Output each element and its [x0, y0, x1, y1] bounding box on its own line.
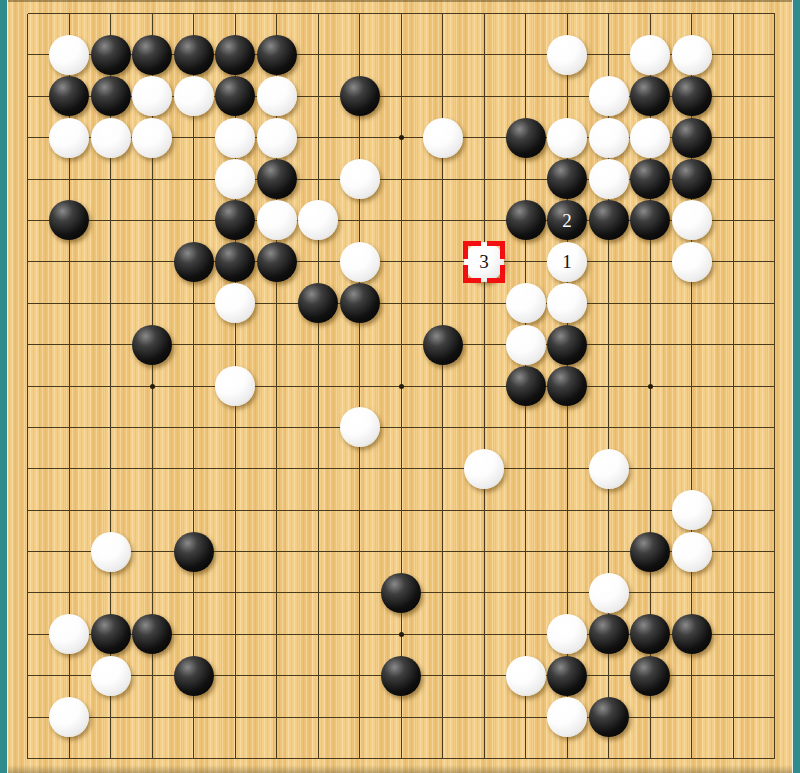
intersection[interactable] — [754, 76, 792, 117]
intersection[interactable] — [588, 448, 630, 489]
intersection[interactable] — [214, 241, 256, 282]
intersection[interactable] — [214, 158, 256, 199]
intersection[interactable] — [505, 324, 547, 365]
intersection[interactable] — [90, 407, 132, 448]
intersection[interactable] — [380, 490, 422, 531]
intersection[interactable] — [48, 572, 90, 613]
intersection[interactable] — [214, 76, 256, 117]
intersection[interactable] — [588, 324, 630, 365]
intersection[interactable] — [48, 241, 90, 282]
intersection[interactable] — [588, 283, 630, 324]
intersection[interactable] — [173, 200, 215, 241]
intersection[interactable] — [754, 117, 792, 158]
intersection[interactable] — [339, 283, 381, 324]
intersection[interactable] — [422, 365, 464, 406]
intersection[interactable] — [131, 200, 173, 241]
intersection[interactable] — [588, 407, 630, 448]
intersection[interactable] — [90, 448, 132, 489]
intersection[interactable] — [380, 531, 422, 572]
intersection[interactable] — [505, 158, 547, 199]
intersection[interactable] — [671, 614, 713, 655]
intersection[interactable] — [214, 490, 256, 531]
intersection[interactable] — [546, 158, 588, 199]
intersection[interactable] — [297, 117, 339, 158]
intersection[interactable] — [173, 158, 215, 199]
intersection[interactable] — [671, 34, 713, 75]
intersection[interactable] — [48, 655, 90, 696]
intersection[interactable] — [380, 283, 422, 324]
intersection[interactable] — [546, 0, 588, 34]
intersection[interactable] — [256, 531, 298, 572]
intersection[interactable] — [8, 158, 48, 199]
intersection[interactable] — [422, 531, 464, 572]
intersection[interactable] — [214, 117, 256, 158]
intersection[interactable] — [629, 241, 671, 282]
intersection[interactable] — [90, 490, 132, 531]
intersection[interactable] — [297, 200, 339, 241]
intersection[interactable] — [463, 407, 505, 448]
intersection[interactable] — [131, 158, 173, 199]
intersection[interactable] — [297, 365, 339, 406]
intersection[interactable] — [754, 448, 792, 489]
intersection[interactable] — [8, 117, 48, 158]
intersection[interactable] — [48, 531, 90, 572]
intersection[interactable] — [339, 614, 381, 655]
intersection[interactable] — [90, 76, 132, 117]
intersection[interactable] — [214, 448, 256, 489]
intersection[interactable] — [173, 531, 215, 572]
intersection[interactable] — [712, 365, 754, 406]
intersection[interactable] — [712, 572, 754, 613]
intersection[interactable] — [256, 655, 298, 696]
intersection[interactable] — [214, 34, 256, 75]
intersection[interactable] — [629, 655, 671, 696]
intersection[interactable] — [712, 407, 754, 448]
intersection[interactable] — [546, 614, 588, 655]
intersection[interactable] — [173, 241, 215, 282]
intersection[interactable] — [712, 117, 754, 158]
intersection[interactable] — [131, 614, 173, 655]
intersection[interactable] — [256, 76, 298, 117]
intersection[interactable] — [463, 531, 505, 572]
intersection[interactable] — [297, 324, 339, 365]
intersection[interactable] — [48, 324, 90, 365]
intersection[interactable] — [629, 448, 671, 489]
intersection[interactable] — [297, 614, 339, 655]
intersection[interactable] — [380, 76, 422, 117]
intersection[interactable] — [422, 448, 464, 489]
intersection[interactable] — [297, 655, 339, 696]
intersection[interactable] — [754, 158, 792, 199]
intersection[interactable] — [214, 200, 256, 241]
intersection[interactable] — [671, 158, 713, 199]
intersection[interactable] — [588, 0, 630, 34]
intersection[interactable] — [754, 241, 792, 282]
intersection[interactable] — [214, 696, 256, 737]
intersection[interactable] — [173, 0, 215, 34]
intersection[interactable] — [463, 448, 505, 489]
intersection[interactable] — [463, 283, 505, 324]
intersection[interactable] — [8, 76, 48, 117]
intersection[interactable] — [422, 76, 464, 117]
intersection[interactable] — [588, 365, 630, 406]
intersection[interactable] — [256, 572, 298, 613]
intersection[interactable] — [256, 117, 298, 158]
intersection[interactable] — [90, 655, 132, 696]
intersection[interactable] — [422, 490, 464, 531]
intersection[interactable] — [8, 324, 48, 365]
intersection[interactable] — [754, 0, 792, 34]
intersection[interactable] — [712, 76, 754, 117]
intersection[interactable] — [588, 614, 630, 655]
intersection[interactable] — [380, 696, 422, 737]
intersection[interactable] — [712, 490, 754, 531]
intersection[interactable] — [339, 696, 381, 737]
intersection[interactable] — [380, 448, 422, 489]
intersection[interactable] — [256, 365, 298, 406]
intersection[interactable] — [546, 572, 588, 613]
intersection[interactable] — [256, 0, 298, 34]
intersection[interactable] — [505, 365, 547, 406]
intersection[interactable] — [256, 324, 298, 365]
intersection[interactable] — [712, 448, 754, 489]
intersection[interactable] — [48, 158, 90, 199]
intersection[interactable] — [380, 0, 422, 34]
intersection[interactable] — [671, 407, 713, 448]
intersection[interactable] — [754, 531, 792, 572]
intersection[interactable] — [214, 0, 256, 34]
intersection[interactable] — [712, 158, 754, 199]
intersection[interactable] — [463, 0, 505, 34]
intersection[interactable] — [256, 490, 298, 531]
intersection[interactable] — [297, 241, 339, 282]
intersection[interactable] — [546, 531, 588, 572]
intersection[interactable]: 2 — [546, 200, 588, 241]
intersection[interactable] — [505, 531, 547, 572]
intersection[interactable] — [173, 324, 215, 365]
intersection[interactable] — [505, 490, 547, 531]
intersection[interactable] — [463, 614, 505, 655]
intersection[interactable] — [90, 696, 132, 737]
intersection[interactable] — [339, 158, 381, 199]
intersection[interactable] — [380, 407, 422, 448]
intersection[interactable] — [505, 283, 547, 324]
intersection[interactable] — [90, 531, 132, 572]
intersection[interactable] — [8, 614, 48, 655]
intersection[interactable] — [8, 200, 48, 241]
intersection[interactable]: 3 — [463, 241, 505, 282]
intersection[interactable] — [256, 158, 298, 199]
intersection[interactable] — [173, 407, 215, 448]
intersection[interactable] — [131, 324, 173, 365]
intersection[interactable] — [505, 200, 547, 241]
intersection[interactable] — [131, 490, 173, 531]
intersection[interactable] — [671, 365, 713, 406]
intersection[interactable] — [131, 655, 173, 696]
intersection[interactable] — [8, 448, 48, 489]
intersection[interactable] — [422, 0, 464, 34]
intersection[interactable] — [339, 407, 381, 448]
intersection[interactable] — [380, 34, 422, 75]
intersection[interactable] — [505, 34, 547, 75]
intersection[interactable] — [754, 407, 792, 448]
intersection[interactable] — [48, 200, 90, 241]
intersection[interactable] — [256, 34, 298, 75]
intersection[interactable] — [339, 655, 381, 696]
intersection[interactable] — [754, 365, 792, 406]
intersection[interactable] — [546, 655, 588, 696]
intersection[interactable] — [546, 490, 588, 531]
intersection[interactable] — [463, 696, 505, 737]
intersection[interactable] — [131, 117, 173, 158]
intersection[interactable] — [8, 0, 48, 34]
intersection[interactable] — [463, 76, 505, 117]
intersection[interactable] — [422, 572, 464, 613]
intersection[interactable] — [629, 490, 671, 531]
intersection[interactable] — [173, 655, 215, 696]
intersection[interactable] — [505, 614, 547, 655]
intersection[interactable] — [629, 0, 671, 34]
intersection[interactable] — [505, 572, 547, 613]
intersection[interactable] — [712, 531, 754, 572]
intersection[interactable] — [173, 490, 215, 531]
intersection[interactable] — [339, 324, 381, 365]
intersection[interactable] — [8, 490, 48, 531]
intersection[interactable] — [339, 241, 381, 282]
intersection[interactable] — [90, 324, 132, 365]
intersection[interactable] — [297, 0, 339, 34]
intersection[interactable] — [173, 76, 215, 117]
intersection[interactable] — [131, 283, 173, 324]
intersection[interactable] — [463, 655, 505, 696]
intersection[interactable] — [671, 0, 713, 34]
intersection[interactable] — [671, 655, 713, 696]
intersection[interactable] — [8, 407, 48, 448]
intersection[interactable] — [173, 448, 215, 489]
intersection[interactable] — [463, 572, 505, 613]
intersection[interactable] — [90, 614, 132, 655]
intersection[interactable] — [546, 365, 588, 406]
intersection[interactable] — [422, 655, 464, 696]
intersection[interactable] — [339, 76, 381, 117]
intersection[interactable] — [754, 283, 792, 324]
intersection[interactable] — [48, 283, 90, 324]
intersection[interactable] — [339, 490, 381, 531]
intersection[interactable] — [90, 283, 132, 324]
intersection[interactable] — [131, 407, 173, 448]
intersection[interactable] — [671, 241, 713, 282]
intersection[interactable] — [505, 76, 547, 117]
intersection[interactable] — [8, 531, 48, 572]
intersection[interactable] — [297, 448, 339, 489]
intersection[interactable] — [8, 655, 48, 696]
intersection[interactable] — [546, 76, 588, 117]
intersection[interactable] — [629, 407, 671, 448]
intersection[interactable] — [588, 572, 630, 613]
intersection[interactable] — [297, 531, 339, 572]
intersection[interactable] — [754, 655, 792, 696]
intersection[interactable] — [8, 572, 48, 613]
intersection[interactable] — [505, 117, 547, 158]
intersection[interactable] — [588, 531, 630, 572]
intersection[interactable] — [339, 117, 381, 158]
intersection[interactable] — [546, 407, 588, 448]
intersection[interactable] — [380, 655, 422, 696]
intersection[interactable] — [90, 158, 132, 199]
intersection[interactable] — [339, 531, 381, 572]
intersection[interactable] — [588, 490, 630, 531]
intersection[interactable] — [256, 241, 298, 282]
intersection[interactable] — [505, 655, 547, 696]
intersection[interactable] — [671, 572, 713, 613]
intersection[interactable] — [48, 365, 90, 406]
intersection[interactable] — [629, 283, 671, 324]
intersection[interactable] — [712, 283, 754, 324]
intersection[interactable] — [131, 696, 173, 737]
intersection[interactable] — [463, 365, 505, 406]
intersection[interactable] — [90, 241, 132, 282]
intersection[interactable] — [380, 158, 422, 199]
intersection[interactable] — [463, 34, 505, 75]
intersection[interactable] — [629, 696, 671, 737]
intersection[interactable] — [8, 696, 48, 737]
intersection[interactable] — [754, 200, 792, 241]
intersection[interactable] — [588, 200, 630, 241]
intersection[interactable] — [297, 158, 339, 199]
intersection[interactable] — [339, 200, 381, 241]
intersection[interactable] — [712, 614, 754, 655]
intersection[interactable] — [297, 696, 339, 737]
intersection[interactable] — [546, 283, 588, 324]
intersection[interactable] — [505, 448, 547, 489]
intersection[interactable] — [297, 572, 339, 613]
intersection[interactable] — [339, 34, 381, 75]
intersection[interactable] — [90, 365, 132, 406]
intersection[interactable] — [505, 407, 547, 448]
intersection[interactable] — [588, 655, 630, 696]
intersection[interactable] — [671, 283, 713, 324]
intersection[interactable] — [629, 158, 671, 199]
intersection[interactable] — [214, 324, 256, 365]
intersection[interactable] — [131, 0, 173, 34]
intersection[interactable] — [671, 531, 713, 572]
intersection[interactable] — [297, 283, 339, 324]
intersection[interactable] — [214, 614, 256, 655]
intersection[interactable] — [671, 76, 713, 117]
intersection[interactable] — [422, 241, 464, 282]
intersection[interactable] — [463, 158, 505, 199]
intersection[interactable] — [256, 200, 298, 241]
intersection[interactable] — [380, 324, 422, 365]
intersection[interactable] — [131, 365, 173, 406]
intersection[interactable] — [712, 696, 754, 737]
intersection[interactable] — [546, 34, 588, 75]
intersection[interactable] — [463, 117, 505, 158]
intersection[interactable]: 1 — [546, 241, 588, 282]
intersection[interactable] — [48, 696, 90, 737]
intersection[interactable] — [629, 365, 671, 406]
intersection[interactable] — [90, 0, 132, 34]
intersection[interactable] — [131, 572, 173, 613]
intersection[interactable] — [422, 158, 464, 199]
intersection[interactable] — [131, 448, 173, 489]
intersection[interactable] — [380, 200, 422, 241]
intersection[interactable] — [8, 241, 48, 282]
intersection[interactable] — [422, 614, 464, 655]
intersection[interactable] — [712, 324, 754, 365]
intersection[interactable] — [712, 655, 754, 696]
intersection[interactable] — [214, 365, 256, 406]
intersection[interactable] — [505, 0, 547, 34]
intersection[interactable] — [256, 696, 298, 737]
intersection[interactable] — [712, 0, 754, 34]
intersection[interactable] — [754, 572, 792, 613]
intersection[interactable] — [380, 365, 422, 406]
intersection[interactable] — [422, 696, 464, 737]
intersection[interactable] — [48, 34, 90, 75]
intersection[interactable] — [546, 117, 588, 158]
intersection[interactable] — [380, 241, 422, 282]
intersection[interactable] — [671, 490, 713, 531]
intersection[interactable] — [90, 572, 132, 613]
intersection[interactable] — [546, 696, 588, 737]
intersection[interactable] — [297, 407, 339, 448]
intersection[interactable] — [588, 241, 630, 282]
intersection[interactable] — [671, 696, 713, 737]
intersection[interactable] — [588, 158, 630, 199]
intersection[interactable] — [256, 614, 298, 655]
intersection[interactable] — [90, 34, 132, 75]
intersection[interactable] — [754, 34, 792, 75]
intersection[interactable] — [339, 448, 381, 489]
intersection[interactable] — [131, 34, 173, 75]
intersection[interactable] — [214, 531, 256, 572]
intersection[interactable] — [505, 696, 547, 737]
intersection[interactable] — [422, 324, 464, 365]
intersection[interactable] — [671, 117, 713, 158]
intersection[interactable] — [173, 614, 215, 655]
intersection[interactable] — [48, 490, 90, 531]
intersection[interactable] — [629, 531, 671, 572]
intersection[interactable] — [173, 34, 215, 75]
intersection[interactable] — [588, 117, 630, 158]
intersection[interactable] — [48, 117, 90, 158]
intersection[interactable] — [297, 34, 339, 75]
intersection[interactable] — [588, 696, 630, 737]
intersection[interactable] — [8, 365, 48, 406]
intersection[interactable] — [712, 241, 754, 282]
intersection[interactable] — [214, 283, 256, 324]
intersection[interactable] — [380, 614, 422, 655]
intersection[interactable] — [256, 448, 298, 489]
intersection[interactable] — [48, 407, 90, 448]
intersection[interactable] — [422, 283, 464, 324]
intersection[interactable] — [173, 283, 215, 324]
intersection[interactable] — [380, 117, 422, 158]
intersection[interactable] — [754, 324, 792, 365]
intersection[interactable] — [297, 490, 339, 531]
intersection[interactable] — [629, 572, 671, 613]
intersection[interactable] — [463, 324, 505, 365]
intersection[interactable] — [629, 614, 671, 655]
intersection[interactable] — [422, 117, 464, 158]
intersection[interactable] — [8, 283, 48, 324]
intersection[interactable] — [214, 655, 256, 696]
intersection[interactable] — [173, 572, 215, 613]
intersection[interactable] — [131, 241, 173, 282]
intersection[interactable] — [629, 117, 671, 158]
intersection[interactable] — [754, 614, 792, 655]
